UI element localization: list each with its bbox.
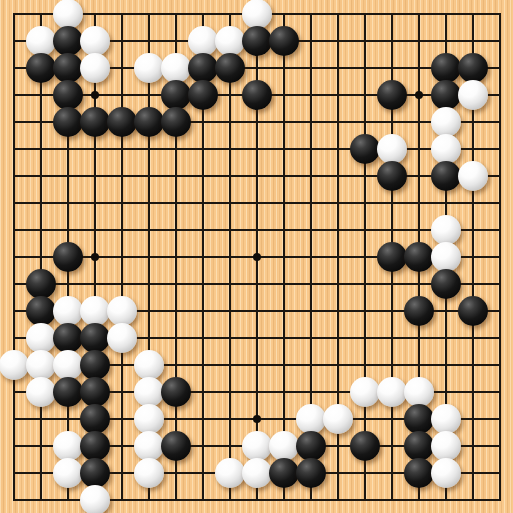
go-board[interactable]: [0, 0, 513, 513]
black-stone: [161, 107, 191, 137]
grid-line-vertical: [364, 13, 366, 501]
white-stone: [53, 0, 83, 29]
white-stone: [188, 26, 218, 56]
black-stone: [431, 269, 461, 299]
white-stone: [26, 350, 56, 380]
black-stone: [188, 53, 218, 83]
white-stone: [458, 161, 488, 191]
grid-line-horizontal: [13, 283, 501, 285]
white-stone: [134, 377, 164, 407]
black-stone: [53, 377, 83, 407]
white-stone: [404, 377, 434, 407]
black-stone: [431, 80, 461, 110]
white-stone: [242, 458, 272, 488]
black-stone: [269, 458, 299, 488]
white-stone: [161, 53, 191, 83]
black-stone: [296, 458, 326, 488]
black-stone: [350, 431, 380, 461]
black-stone: [404, 404, 434, 434]
black-stone: [188, 80, 218, 110]
grid-line-vertical: [283, 13, 285, 501]
black-stone: [404, 458, 434, 488]
black-stone: [26, 296, 56, 326]
black-stone: [296, 431, 326, 461]
black-stone: [53, 26, 83, 56]
black-stone: [107, 107, 137, 137]
white-stone: [107, 323, 137, 353]
white-stone: [215, 26, 245, 56]
black-stone: [431, 53, 461, 83]
white-stone: [296, 404, 326, 434]
white-stone: [26, 377, 56, 407]
black-stone: [377, 161, 407, 191]
black-stone: [53, 107, 83, 137]
black-stone: [26, 269, 56, 299]
black-stone: [53, 53, 83, 83]
white-stone: [80, 53, 110, 83]
black-stone: [377, 242, 407, 272]
black-stone: [80, 107, 110, 137]
star-point: [253, 415, 261, 423]
white-stone: [134, 458, 164, 488]
star-point: [253, 253, 261, 261]
black-stone: [80, 404, 110, 434]
white-stone: [242, 431, 272, 461]
black-stone: [269, 26, 299, 56]
black-stone: [404, 431, 434, 461]
white-stone: [431, 134, 461, 164]
white-stone: [134, 431, 164, 461]
black-stone: [80, 323, 110, 353]
white-stone: [53, 296, 83, 326]
white-stone: [350, 377, 380, 407]
black-stone: [53, 242, 83, 272]
white-stone: [26, 26, 56, 56]
black-stone: [80, 431, 110, 461]
black-stone: [53, 80, 83, 110]
black-stone: [377, 80, 407, 110]
black-stone: [242, 80, 272, 110]
white-stone: [242, 0, 272, 29]
white-stone: [377, 377, 407, 407]
white-stone: [431, 107, 461, 137]
grid-line-vertical: [499, 13, 501, 501]
white-stone: [377, 134, 407, 164]
black-stone: [80, 377, 110, 407]
black-stone: [161, 377, 191, 407]
white-stone: [323, 404, 353, 434]
white-stone: [80, 26, 110, 56]
star-point: [91, 91, 99, 99]
white-stone: [53, 431, 83, 461]
white-stone: [134, 53, 164, 83]
black-stone: [404, 242, 434, 272]
black-stone: [242, 26, 272, 56]
black-stone: [80, 458, 110, 488]
white-stone: [53, 350, 83, 380]
white-stone: [134, 404, 164, 434]
star-point: [91, 253, 99, 261]
black-stone: [26, 53, 56, 83]
black-stone: [215, 53, 245, 83]
star-point: [415, 91, 423, 99]
white-stone: [80, 296, 110, 326]
white-stone: [134, 350, 164, 380]
black-stone: [134, 107, 164, 137]
black-stone: [161, 80, 191, 110]
black-stone: [80, 350, 110, 380]
white-stone: [431, 404, 461, 434]
white-stone: [26, 323, 56, 353]
white-stone: [431, 431, 461, 461]
black-stone: [404, 296, 434, 326]
white-stone: [80, 485, 110, 513]
black-stone: [431, 161, 461, 191]
black-stone: [350, 134, 380, 164]
white-stone: [458, 80, 488, 110]
white-stone: [431, 215, 461, 245]
white-stone: [107, 296, 137, 326]
black-stone: [161, 431, 191, 461]
black-stone: [458, 53, 488, 83]
black-stone: [458, 296, 488, 326]
white-stone: [0, 350, 29, 380]
white-stone: [431, 458, 461, 488]
white-stone: [431, 242, 461, 272]
white-stone: [269, 431, 299, 461]
white-stone: [53, 458, 83, 488]
white-stone: [215, 458, 245, 488]
black-stone: [53, 323, 83, 353]
